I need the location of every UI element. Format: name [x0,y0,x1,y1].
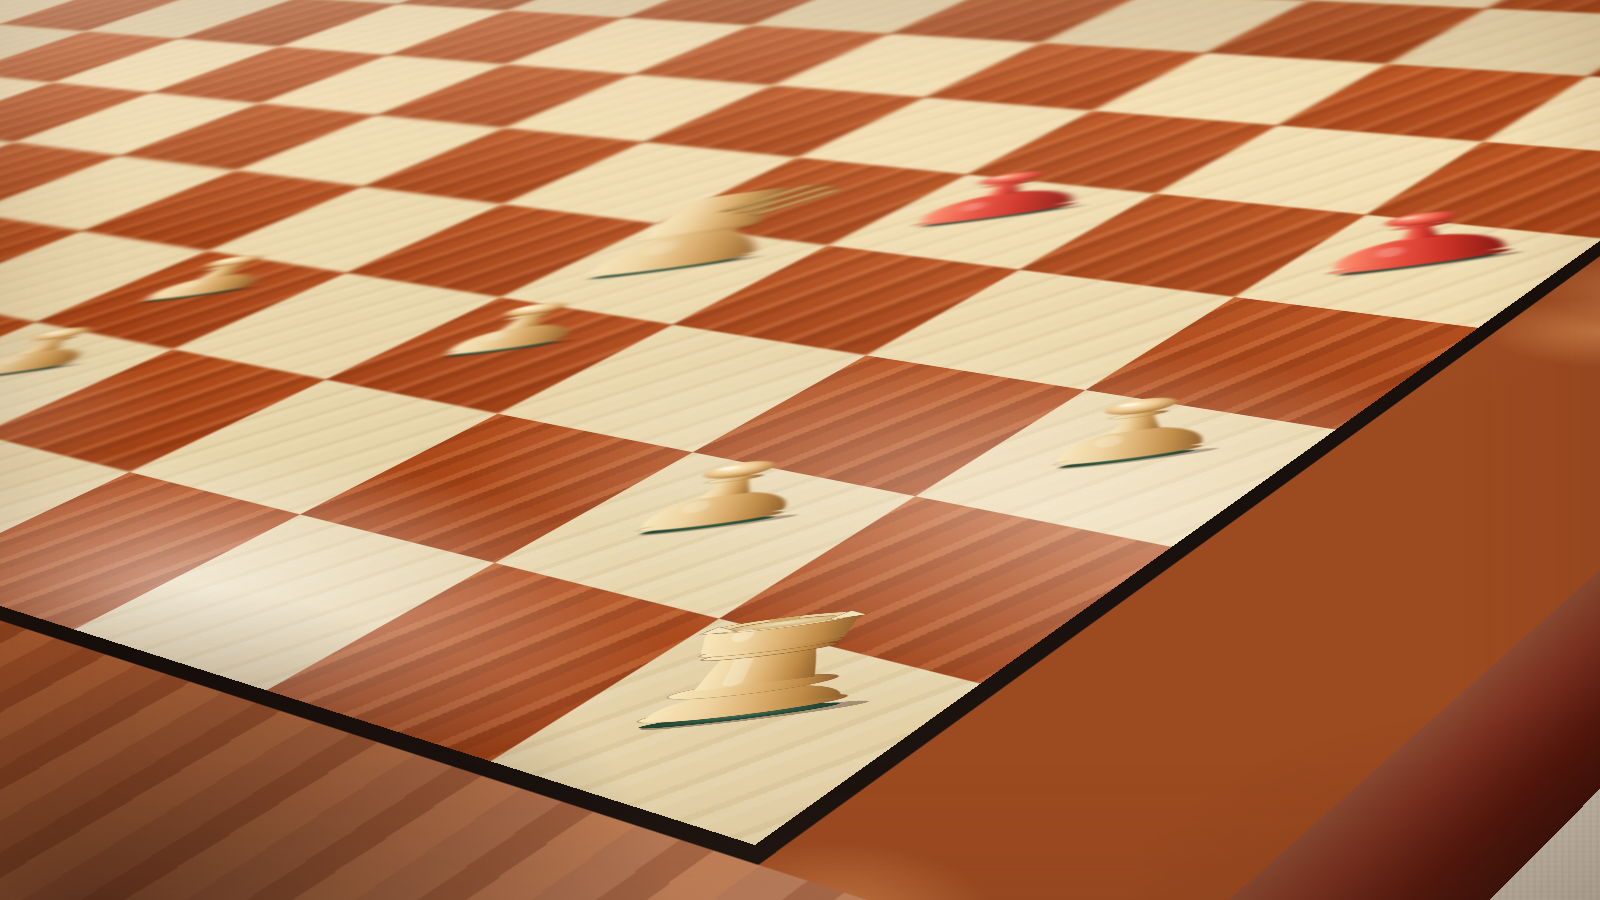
chess-photo-stage [0,0,1600,900]
